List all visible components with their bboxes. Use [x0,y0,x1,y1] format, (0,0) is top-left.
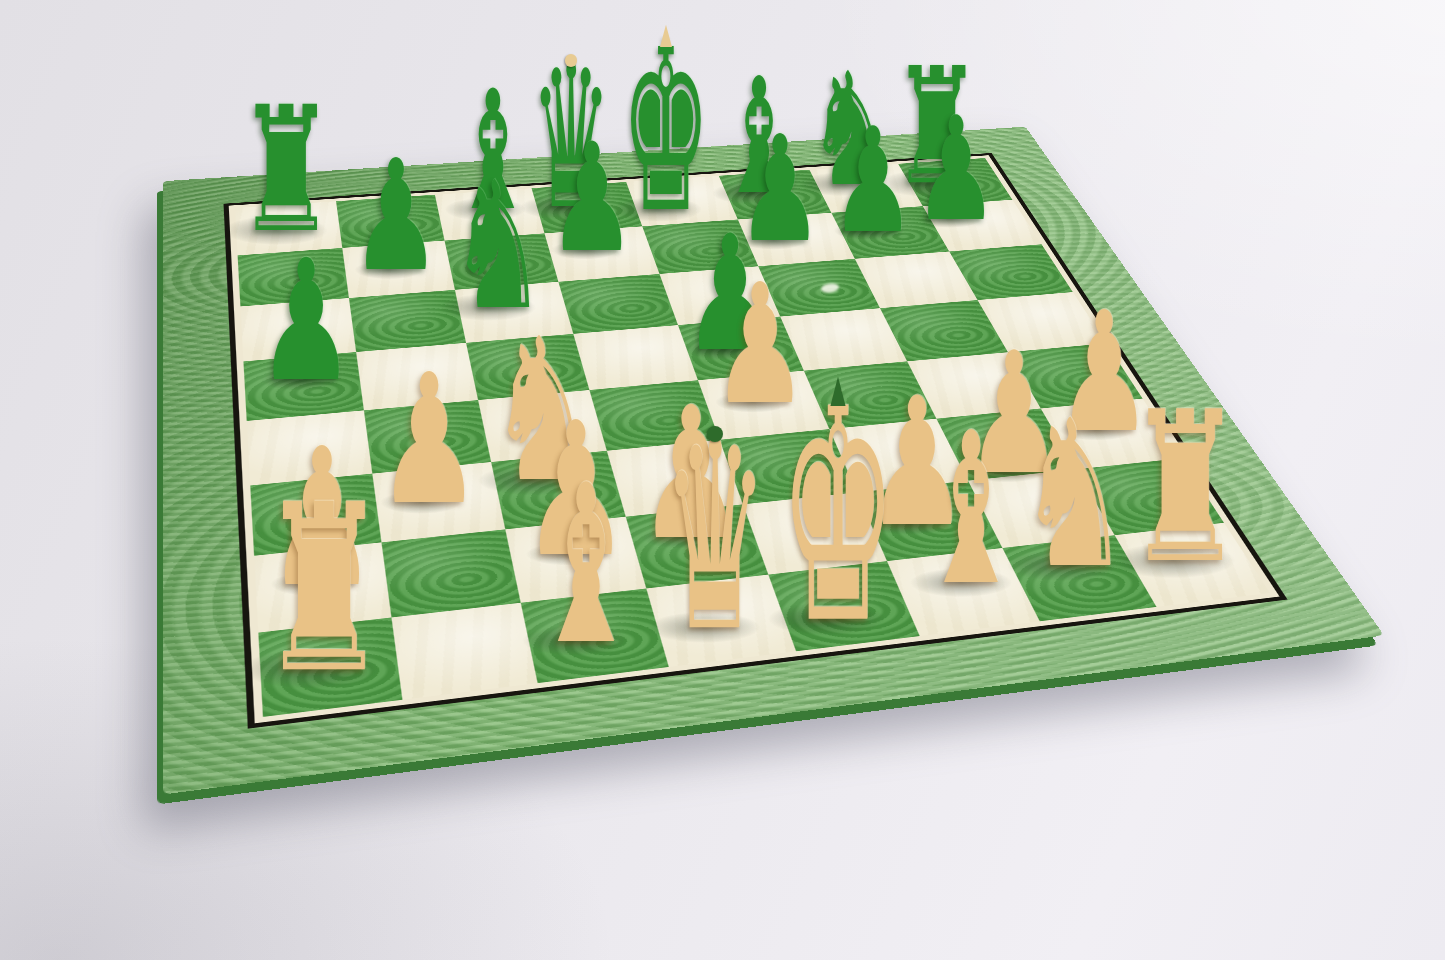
piece-black-pawn-d7[interactable]: ♟ [548,123,635,273]
queen-finial [565,54,578,67]
photo-backdrop: { "game": "chess", "scene": { "descripti… [0,0,1445,960]
white-queen-glyph: ♛ [662,405,768,668]
black-pawn-glyph: ♟ [831,108,916,253]
piece-black-pawn-b7[interactable]: ♟ [351,140,440,293]
white-bishop-glyph: ♝ [919,405,1022,614]
white-knight-glyph: ♞ [1017,393,1130,597]
white-pawn-glyph: ♟ [377,350,482,530]
white-rook-glyph: ♜ [1126,384,1244,592]
white-rook-glyph: ♜ [259,474,389,704]
piece-white-knight-g1[interactable]: ♞ [1017,393,1130,597]
piece-white-queen-d1[interactable]: ♛ [662,405,768,668]
scene: ♜♝♛♚♝♞♜♟♟♟♟♟♞♟♟♟♞♟♟♟♟♟♟♟♜♝♛♚♝♞♜ [0,0,1445,960]
black-pawn-glyph: ♟ [548,123,635,273]
piece-white-bishop-c1[interactable]: ♝ [532,456,640,674]
black-pawn-glyph: ♟ [914,98,998,241]
black-pawn-glyph: ♟ [351,140,440,293]
black-pawn-glyph: ♟ [257,238,355,406]
piece-white-pawn-b3[interactable]: ♟ [377,350,482,530]
piece-white-bishop-f1[interactable]: ♝ [919,405,1022,614]
piece-white-rook-a1[interactable]: ♜ [259,474,389,704]
pieces-layer: ♜♝♛♚♝♞♜♟♟♟♟♟♞♟♟♟♞♟♟♟♟♟♟♟♜♝♛♚♝♞♜ [0,0,1445,960]
piece-black-pawn-h7[interactable]: ♟ [914,98,998,241]
piece-white-rook-h1[interactable]: ♜ [1126,384,1244,592]
piece-black-pawn-a5[interactable]: ♟ [257,238,355,406]
piece-black-pawn-g7[interactable]: ♟ [831,108,916,253]
white-bishop-glyph: ♝ [532,456,640,674]
